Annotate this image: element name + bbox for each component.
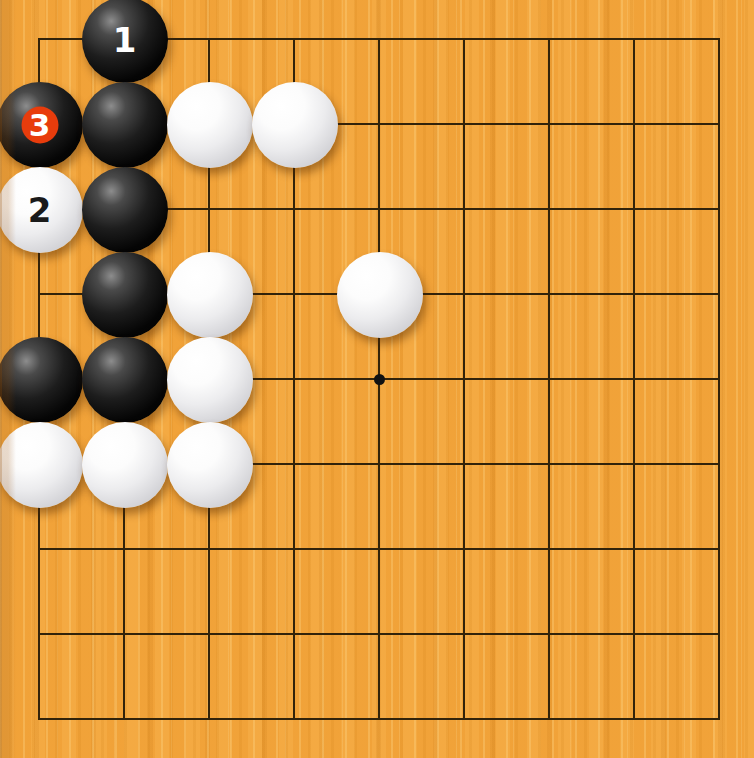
move-number-label: 1 [82,0,168,83]
last-move-marker: 3 [21,106,58,143]
board-stones-layer: 132 [0,0,754,758]
stone-white-ac: 2 [0,167,83,253]
stone-black-bb [82,82,168,168]
stone-white-af [0,422,83,508]
stone-white-cb [167,82,253,168]
stone-black-ab: 3 [0,82,83,168]
move-number-label: 3 [29,109,51,140]
stone-black-ae [0,337,83,423]
stone-black-ba: 1 [82,0,168,83]
stone-white-db [252,82,338,168]
stone-black-bd [82,252,168,338]
hoshi-point [374,374,385,385]
stone-white-ed [337,252,423,338]
stone-white-cf [167,422,253,508]
stone-white-ce [167,337,253,423]
move-number-label: 2 [0,167,83,253]
stone-white-cd [167,252,253,338]
stone-black-be [82,337,168,423]
stone-black-bc [82,167,168,253]
stone-white-bf [82,422,168,508]
go-board[interactable]: 132 [0,0,754,758]
